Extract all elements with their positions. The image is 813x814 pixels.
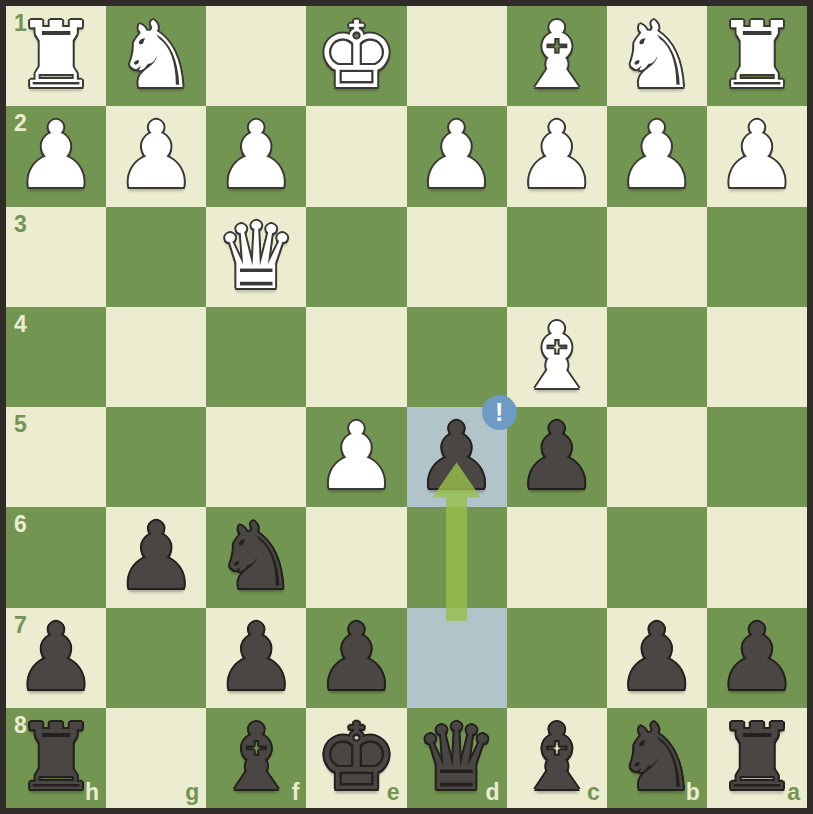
white-pawn-e5[interactable]: ♟: [315, 411, 397, 503]
square-e6[interactable]: [306, 507, 406, 607]
black-pawn-c5[interactable]: ♟: [515, 411, 597, 503]
white-pawn-f2[interactable]: ♟: [215, 110, 297, 202]
square-h3[interactable]: 3: [6, 207, 106, 307]
white-pawn-b2[interactable]: ♟: [616, 110, 698, 202]
white-bishop-c1[interactable]: ♝: [515, 10, 597, 102]
white-pawn-a2[interactable]: ♟: [716, 110, 798, 202]
square-f2[interactable]: ♟: [206, 106, 306, 206]
square-d5[interactable]: ♟: [407, 407, 507, 507]
square-h6[interactable]: 6: [6, 507, 106, 607]
square-g1[interactable]: ♞: [106, 6, 206, 106]
square-e4[interactable]: [306, 307, 406, 407]
square-d2[interactable]: ♟: [407, 106, 507, 206]
square-f6[interactable]: ♞: [206, 507, 306, 607]
square-a1[interactable]: ♜: [707, 6, 807, 106]
square-b4[interactable]: [607, 307, 707, 407]
black-bishop-f8[interactable]: ♝: [215, 712, 297, 804]
black-pawn-e7[interactable]: ♟: [315, 612, 397, 704]
square-e2[interactable]: [306, 106, 406, 206]
square-e8[interactable]: e♚: [306, 708, 406, 808]
black-rook-h8[interactable]: ♜: [15, 712, 97, 804]
square-f1[interactable]: [206, 6, 306, 106]
square-g3[interactable]: [106, 207, 206, 307]
square-d3[interactable]: [407, 207, 507, 307]
white-knight-g1[interactable]: ♞: [115, 10, 197, 102]
square-d7[interactable]: [407, 608, 507, 708]
rank-label-5: 5: [14, 413, 27, 436]
square-f5[interactable]: [206, 407, 306, 507]
square-h2[interactable]: 2♟: [6, 106, 106, 206]
square-a5[interactable]: [707, 407, 807, 507]
white-pawn-g2[interactable]: ♟: [115, 110, 197, 202]
square-h8[interactable]: 8h♜: [6, 708, 106, 808]
square-d6[interactable]: [407, 507, 507, 607]
square-f7[interactable]: ♟: [206, 608, 306, 708]
square-c6[interactable]: [507, 507, 607, 607]
square-b3[interactable]: [607, 207, 707, 307]
square-b6[interactable]: [607, 507, 707, 607]
black-pawn-h7[interactable]: ♟: [15, 612, 97, 704]
rank-label-4: 4: [14, 313, 27, 336]
square-f8[interactable]: f♝: [206, 708, 306, 808]
square-g4[interactable]: [106, 307, 206, 407]
square-b8[interactable]: b♞: [607, 708, 707, 808]
square-h4[interactable]: 4: [6, 307, 106, 407]
white-pawn-h2[interactable]: ♟: [15, 110, 97, 202]
black-queen-d8[interactable]: ♛: [415, 712, 497, 804]
square-c7[interactable]: [507, 608, 607, 708]
chess-board: 1♜♞♚♝♞♜2♟♟♟♟♟♟♟3♛4♝5♟♟♟6♟♞7♟♟♟♟♟8h♜gf♝e♚…: [0, 0, 813, 814]
square-b7[interactable]: ♟: [607, 608, 707, 708]
square-h7[interactable]: 7♟: [6, 608, 106, 708]
square-e1[interactable]: ♚: [306, 6, 406, 106]
square-g7[interactable]: [106, 608, 206, 708]
black-pawn-g6[interactable]: ♟: [115, 511, 197, 603]
square-e5[interactable]: ♟: [306, 407, 406, 507]
square-a7[interactable]: ♟: [707, 608, 807, 708]
square-a4[interactable]: [707, 307, 807, 407]
rank-label-6: 6: [14, 513, 27, 536]
black-knight-f6[interactable]: ♞: [215, 511, 297, 603]
white-queen-f3[interactable]: ♛: [215, 211, 297, 303]
black-pawn-d5[interactable]: ♟: [415, 411, 497, 503]
square-c3[interactable]: [507, 207, 607, 307]
black-knight-b8[interactable]: ♞: [616, 712, 698, 804]
square-f3[interactable]: ♛: [206, 207, 306, 307]
black-pawn-a7[interactable]: ♟: [716, 612, 798, 704]
square-c1[interactable]: ♝: [507, 6, 607, 106]
white-rook-h1[interactable]: ♜: [15, 10, 97, 102]
square-d8[interactable]: d♛: [407, 708, 507, 808]
square-g2[interactable]: ♟: [106, 106, 206, 206]
white-bishop-c4[interactable]: ♝: [515, 311, 597, 403]
square-h1[interactable]: 1♜: [6, 6, 106, 106]
square-g6[interactable]: ♟: [106, 507, 206, 607]
square-d4[interactable]: [407, 307, 507, 407]
square-c2[interactable]: ♟: [507, 106, 607, 206]
file-label-g: g: [185, 781, 199, 804]
white-rook-a1[interactable]: ♜: [716, 10, 798, 102]
square-h5[interactable]: 5: [6, 407, 106, 507]
black-pawn-b7[interactable]: ♟: [616, 612, 698, 704]
rank-label-3: 3: [14, 213, 27, 236]
square-a8[interactable]: a♜: [707, 708, 807, 808]
black-pawn-f7[interactable]: ♟: [215, 612, 297, 704]
square-f4[interactable]: [206, 307, 306, 407]
square-g8[interactable]: g: [106, 708, 206, 808]
black-bishop-c8[interactable]: ♝: [515, 712, 597, 804]
square-a6[interactable]: [707, 507, 807, 607]
black-rook-a8[interactable]: ♜: [716, 712, 798, 804]
square-c8[interactable]: c♝: [507, 708, 607, 808]
white-pawn-d2[interactable]: ♟: [415, 110, 497, 202]
chess-board-app: 1♜♞♚♝♞♜2♟♟♟♟♟♟♟3♛4♝5♟♟♟6♟♞7♟♟♟♟♟8h♜gf♝e♚…: [0, 0, 813, 814]
square-c4[interactable]: ♝: [507, 307, 607, 407]
square-g5[interactable]: [106, 407, 206, 507]
square-b2[interactable]: ♟: [607, 106, 707, 206]
white-pawn-c2[interactable]: ♟: [515, 110, 597, 202]
square-b1[interactable]: ♞: [607, 6, 707, 106]
white-knight-b1[interactable]: ♞: [616, 10, 698, 102]
square-b5[interactable]: [607, 407, 707, 507]
square-a2[interactable]: ♟: [707, 106, 807, 206]
square-e3[interactable]: [306, 207, 406, 307]
square-c5[interactable]: ♟: [507, 407, 607, 507]
square-d1[interactable]: [407, 6, 507, 106]
square-a3[interactable]: [707, 207, 807, 307]
square-e7[interactable]: ♟: [306, 608, 406, 708]
black-king-e8[interactable]: ♚: [315, 712, 397, 804]
white-king-e1[interactable]: ♚: [315, 10, 397, 102]
